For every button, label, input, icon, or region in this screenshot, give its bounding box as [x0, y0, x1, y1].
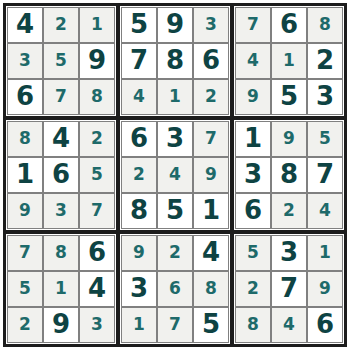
- cell-digit: 9: [166, 11, 184, 37]
- cell-digit: 8: [280, 161, 298, 187]
- cell-digit: 4: [202, 239, 220, 265]
- cell-digit: 1: [169, 88, 181, 105]
- cell-digit: 6: [169, 280, 181, 297]
- cell-digit: 7: [316, 161, 334, 187]
- sudoku-cell-r2c9[interactable]: 2: [308, 44, 342, 78]
- sudoku-cell-r7c5[interactable]: 2: [158, 236, 192, 270]
- cell-digit: 9: [319, 280, 331, 297]
- sudoku-cell-r7c9[interactable]: 1: [308, 236, 342, 270]
- cell-digit: 1: [91, 16, 103, 33]
- sudoku-cell-r6c4[interactable]: 8: [122, 194, 156, 228]
- cell-digit: 5: [130, 11, 148, 37]
- cell-digit: 2: [19, 316, 31, 333]
- sudoku-cell-r3c6[interactable]: 2: [194, 80, 228, 114]
- cell-digit: 4: [319, 202, 331, 219]
- cell-digit: 6: [202, 47, 220, 73]
- cell-digit: 8: [130, 197, 148, 223]
- cell-digit: 7: [19, 244, 31, 261]
- cell-digit: 4: [16, 11, 34, 37]
- sudoku-board: 4213596785937864127684129538421659376372…: [3, 3, 347, 347]
- cell-digit: 4: [88, 275, 106, 301]
- cell-digit: 5: [91, 166, 103, 183]
- cell-digit: 7: [280, 275, 298, 301]
- cell-digit: 3: [166, 125, 184, 151]
- cell-digit: 2: [316, 47, 334, 73]
- cell-digit: 8: [205, 280, 217, 297]
- sudoku-cell-r8c2[interactable]: 1: [44, 272, 78, 306]
- sudoku-box: 421359678: [4, 4, 118, 118]
- cell-digit: 5: [280, 83, 298, 109]
- sudoku-cell-r2c8[interactable]: 1: [272, 44, 306, 78]
- sudoku-box: 842165937: [4, 118, 118, 232]
- cell-digit: 1: [283, 52, 295, 69]
- cell-digit: 9: [52, 311, 70, 337]
- sudoku-cell-r1c1[interactable]: 4: [8, 8, 42, 42]
- sudoku-cell-r7c3[interactable]: 6: [80, 236, 114, 270]
- sudoku-cell-r1c3[interactable]: 1: [80, 8, 114, 42]
- sudoku-cell-r3c5[interactable]: 1: [158, 80, 192, 114]
- sudoku-cell-r9c1[interactable]: 2: [8, 308, 42, 342]
- sudoku-cell-r5c9[interactable]: 7: [308, 158, 342, 192]
- sudoku-cell-r4c9[interactable]: 5: [308, 122, 342, 156]
- cell-digit: 9: [205, 166, 217, 183]
- sudoku-box: 593786412: [118, 4, 232, 118]
- cell-digit: 3: [244, 161, 262, 187]
- sudoku-cell-r5c5[interactable]: 4: [158, 158, 192, 192]
- sudoku-cell-r5c7[interactable]: 3: [236, 158, 270, 192]
- sudoku-cell-r7c2[interactable]: 8: [44, 236, 78, 270]
- cell-digit: 8: [166, 47, 184, 73]
- cell-digit: 3: [55, 202, 67, 219]
- sudoku-cell-r3c4[interactable]: 4: [122, 80, 156, 114]
- sudoku-cell-r4c4[interactable]: 6: [122, 122, 156, 156]
- cell-digit: 7: [247, 16, 259, 33]
- sudoku-cell-r9c9[interactable]: 6: [308, 308, 342, 342]
- sudoku-cell-r5c4[interactable]: 2: [122, 158, 156, 192]
- cell-digit: 5: [319, 130, 331, 147]
- cell-digit: 9: [247, 88, 259, 105]
- sudoku-cell-r4c3[interactable]: 2: [80, 122, 114, 156]
- sudoku-cell-r2c1[interactable]: 3: [8, 44, 42, 78]
- cell-digit: 6: [244, 197, 262, 223]
- cell-digit: 5: [202, 311, 220, 337]
- cell-digit: 7: [169, 316, 181, 333]
- sudoku-cell-r8c8[interactable]: 7: [272, 272, 306, 306]
- sudoku-cell-r6c1[interactable]: 9: [8, 194, 42, 228]
- cell-digit: 6: [130, 125, 148, 151]
- cell-digit: 7: [130, 47, 148, 73]
- sudoku-cell-r1c4[interactable]: 5: [122, 8, 156, 42]
- cell-digit: 2: [133, 166, 145, 183]
- sudoku-cell-r2c7[interactable]: 4: [236, 44, 270, 78]
- sudoku-box: 195387624: [232, 118, 346, 232]
- sudoku-cell-r7c6[interactable]: 4: [194, 236, 228, 270]
- sudoku-cell-r4c1[interactable]: 8: [8, 122, 42, 156]
- sudoku-cell-r5c1[interactable]: 1: [8, 158, 42, 192]
- sudoku-cell-r3c8[interactable]: 5: [272, 80, 306, 114]
- sudoku-cell-r8c6[interactable]: 8: [194, 272, 228, 306]
- sudoku-box: 924368175: [118, 232, 232, 346]
- sudoku-cell-r1c2[interactable]: 2: [44, 8, 78, 42]
- cell-digit: 3: [130, 275, 148, 301]
- cell-digit: 9: [133, 244, 145, 261]
- sudoku-cell-r1c7[interactable]: 7: [236, 8, 270, 42]
- cell-digit: 2: [283, 202, 295, 219]
- sudoku-cell-r9c7[interactable]: 8: [236, 308, 270, 342]
- sudoku-cell-r4c5[interactable]: 3: [158, 122, 192, 156]
- sudoku-cell-r5c8[interactable]: 8: [272, 158, 306, 192]
- sudoku-cell-r9c4[interactable]: 1: [122, 308, 156, 342]
- cell-digit: 2: [55, 16, 67, 33]
- cell-digit: 8: [55, 244, 67, 261]
- cell-digit: 3: [91, 316, 103, 333]
- cell-digit: 8: [247, 316, 259, 333]
- cell-digit: 9: [19, 202, 31, 219]
- cell-digit: 5: [55, 52, 67, 69]
- cell-digit: 4: [283, 316, 295, 333]
- cell-digit: 2: [169, 244, 181, 261]
- cell-digit: 5: [19, 280, 31, 297]
- cell-digit: 1: [55, 280, 67, 297]
- cell-digit: 8: [319, 16, 331, 33]
- sudoku-cell-r9c6[interactable]: 5: [194, 308, 228, 342]
- sudoku-cell-r5c2[interactable]: 6: [44, 158, 78, 192]
- sudoku-cell-r1c9[interactable]: 8: [308, 8, 342, 42]
- sudoku-cell-r8c4[interactable]: 3: [122, 272, 156, 306]
- sudoku-cell-r6c6[interactable]: 1: [194, 194, 228, 228]
- sudoku-cell-r7c7[interactable]: 5: [236, 236, 270, 270]
- sudoku-cell-r8c9[interactable]: 9: [308, 272, 342, 306]
- sudoku-cell-r6c5[interactable]: 5: [158, 194, 192, 228]
- sudoku-cell-r8c7[interactable]: 2: [236, 272, 270, 306]
- sudoku-cell-r2c3[interactable]: 9: [80, 44, 114, 78]
- cell-digit: 3: [316, 83, 334, 109]
- cell-digit: 4: [52, 125, 70, 151]
- sudoku-cell-r4c6[interactable]: 7: [194, 122, 228, 156]
- cell-digit: 4: [169, 166, 181, 183]
- cell-digit: 2: [205, 88, 217, 105]
- sudoku-cell-r9c8[interactable]: 4: [272, 308, 306, 342]
- sudoku-cell-r5c3[interactable]: 5: [80, 158, 114, 192]
- sudoku-box: 768412953: [232, 4, 346, 118]
- cell-digit: 9: [88, 47, 106, 73]
- sudoku-cell-r6c7[interactable]: 6: [236, 194, 270, 228]
- sudoku-box: 637249851: [118, 118, 232, 232]
- sudoku-cell-r4c2[interactable]: 4: [44, 122, 78, 156]
- sudoku-cell-r4c8[interactable]: 9: [272, 122, 306, 156]
- sudoku-cell-r1c6[interactable]: 3: [194, 8, 228, 42]
- sudoku-cell-r4c7[interactable]: 1: [236, 122, 270, 156]
- cell-digit: 2: [91, 130, 103, 147]
- cell-digit: 3: [205, 16, 217, 33]
- cell-digit: 8: [91, 88, 103, 105]
- cell-digit: 1: [133, 316, 145, 333]
- sudoku-cell-r8c1[interactable]: 5: [8, 272, 42, 306]
- cell-digit: 7: [55, 88, 67, 105]
- sudoku-cell-r6c3[interactable]: 7: [80, 194, 114, 228]
- sudoku-cell-r3c1[interactable]: 6: [8, 80, 42, 114]
- sudoku-cell-r9c3[interactable]: 3: [80, 308, 114, 342]
- cell-digit: 1: [202, 197, 220, 223]
- sudoku-cell-r7c8[interactable]: 3: [272, 236, 306, 270]
- cell-digit: 2: [247, 280, 259, 297]
- sudoku-cell-r1c5[interactable]: 9: [158, 8, 192, 42]
- sudoku-cell-r2c2[interactable]: 5: [44, 44, 78, 78]
- sudoku-cell-r9c5[interactable]: 7: [158, 308, 192, 342]
- sudoku-cell-r1c8[interactable]: 6: [272, 8, 306, 42]
- sudoku-box: 786514293: [4, 232, 118, 346]
- cell-digit: 1: [319, 244, 331, 261]
- sudoku-cell-r3c2[interactable]: 7: [44, 80, 78, 114]
- sudoku-cell-r3c9[interactable]: 3: [308, 80, 342, 114]
- sudoku-cell-r8c5[interactable]: 6: [158, 272, 192, 306]
- sudoku-box: 531279846: [232, 232, 346, 346]
- sudoku-cell-r6c9[interactable]: 4: [308, 194, 342, 228]
- cell-digit: 6: [52, 161, 70, 187]
- sudoku-cell-r7c1[interactable]: 7: [8, 236, 42, 270]
- cell-digit: 7: [205, 130, 217, 147]
- sudoku-cell-r6c8[interactable]: 2: [272, 194, 306, 228]
- sudoku-cell-r6c2[interactable]: 3: [44, 194, 78, 228]
- cell-digit: 6: [280, 11, 298, 37]
- sudoku-cell-r2c5[interactable]: 8: [158, 44, 192, 78]
- sudoku-cell-r5c6[interactable]: 9: [194, 158, 228, 192]
- sudoku-cell-r2c6[interactable]: 6: [194, 44, 228, 78]
- cell-digit: 9: [283, 130, 295, 147]
- cell-digit: 1: [16, 161, 34, 187]
- sudoku-cell-r8c3[interactable]: 4: [80, 272, 114, 306]
- cell-digit: 7: [91, 202, 103, 219]
- cell-digit: 3: [280, 239, 298, 265]
- cell-digit: 4: [247, 52, 259, 69]
- sudoku-cell-r3c7[interactable]: 9: [236, 80, 270, 114]
- cell-digit: 5: [166, 197, 184, 223]
- cell-digit: 6: [88, 239, 106, 265]
- sudoku-cell-r2c4[interactable]: 7: [122, 44, 156, 78]
- cell-digit: 4: [133, 88, 145, 105]
- cell-digit: 1: [244, 125, 262, 151]
- cell-digit: 5: [247, 244, 259, 261]
- cell-digit: 8: [19, 130, 31, 147]
- cell-digit: 6: [16, 83, 34, 109]
- sudoku-cell-r9c2[interactable]: 9: [44, 308, 78, 342]
- cell-digit: 6: [316, 311, 334, 337]
- sudoku-cell-r3c3[interactable]: 8: [80, 80, 114, 114]
- cell-digit: 3: [19, 52, 31, 69]
- sudoku-cell-r7c4[interactable]: 9: [122, 236, 156, 270]
